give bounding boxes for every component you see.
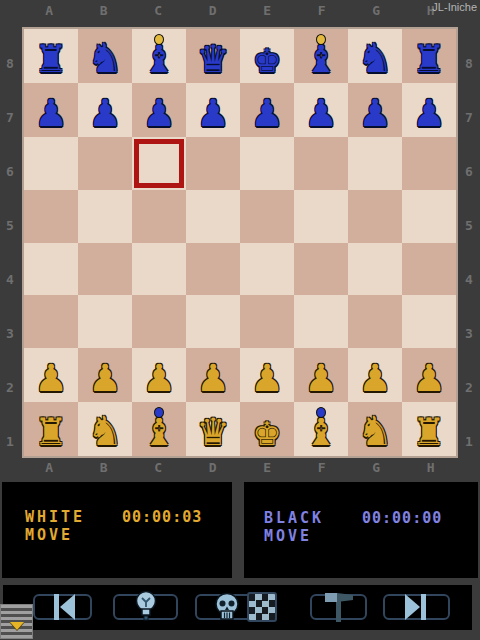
file-label-f: F: [295, 3, 350, 21]
file-label-f: F: [295, 460, 350, 478]
square-d1[interactable]: ♛: [186, 402, 240, 456]
file-label-b: B: [77, 460, 132, 478]
rank-label-1: 1: [459, 404, 479, 458]
skull-icon: [212, 592, 242, 622]
file-label-h: H: [404, 460, 459, 478]
piece-white-pawn: ♟: [37, 348, 65, 402]
square-e4[interactable]: [240, 243, 294, 296]
skip-to-end-button[interactable]: [383, 594, 450, 620]
square-g7[interactable]: ♟: [348, 83, 402, 137]
rank-label-8: 8: [0, 27, 20, 81]
square-d7[interactable]: ♟: [186, 83, 240, 137]
hint-button[interactable]: [113, 594, 178, 620]
square-d6[interactable]: [186, 137, 240, 190]
piece-white-pawn: ♟: [307, 348, 335, 402]
file-label-e: E: [240, 3, 295, 21]
square-b7[interactable]: ♟: [78, 83, 132, 137]
skip-to-start-button[interactable]: [33, 594, 92, 620]
rank-label-4: 4: [459, 243, 479, 297]
square-d3[interactable]: [186, 295, 240, 348]
file-labels-top: ABCDEFGH: [22, 3, 458, 21]
square-b1[interactable]: ♞: [78, 402, 132, 456]
file-label-d: D: [186, 460, 241, 478]
file-label-e: E: [240, 460, 295, 478]
square-b8[interactable]: ♞: [78, 29, 132, 83]
square-c4[interactable]: [132, 243, 186, 296]
piece-black-pawn: ♟: [145, 83, 173, 137]
square-e6[interactable]: [240, 137, 294, 190]
piece-black-pawn: ♟: [199, 83, 227, 137]
square-f8[interactable]: ♝: [294, 29, 348, 83]
piece-white-pawn: ♟: [91, 348, 119, 402]
skip-to-start-icon: [48, 593, 78, 621]
square-h3[interactable]: [402, 295, 456, 348]
square-h4[interactable]: [402, 243, 456, 296]
file-label-c: C: [131, 460, 186, 478]
square-f4[interactable]: [294, 243, 348, 296]
bishop-tip-icon: [316, 407, 326, 418]
square-b2[interactable]: ♟: [78, 348, 132, 402]
square-f7[interactable]: ♟: [294, 83, 348, 137]
square-e3[interactable]: [240, 295, 294, 348]
square-g5[interactable]: [348, 190, 402, 243]
black-label: BLACK: [264, 509, 324, 527]
piece-black-bishop: ♝: [307, 29, 335, 83]
square-a3[interactable]: [24, 295, 78, 348]
rank-label-4: 4: [0, 243, 20, 297]
piece-white-pawn: ♟: [199, 348, 227, 402]
square-b3[interactable]: [78, 295, 132, 348]
square-f2[interactable]: ♟: [294, 348, 348, 402]
square-c5[interactable]: [132, 190, 186, 243]
piece-black-knight: ♞: [361, 29, 389, 83]
piece-white-queen: ♛: [199, 402, 227, 456]
square-b5[interactable]: [78, 190, 132, 243]
square-f5[interactable]: [294, 190, 348, 243]
square-e7[interactable]: ♟: [240, 83, 294, 137]
square-g2[interactable]: ♟: [348, 348, 402, 402]
square-e2[interactable]: ♟: [240, 348, 294, 402]
square-f6[interactable]: [294, 137, 348, 190]
square-g1[interactable]: ♞: [348, 402, 402, 456]
piece-white-bishop: ♝: [145, 402, 173, 456]
white-label: WHITE: [25, 508, 85, 526]
piece-black-queen: ♛: [199, 29, 227, 83]
rank-label-3: 3: [0, 296, 20, 350]
toolbar: [3, 585, 472, 630]
square-a8[interactable]: ♜: [24, 29, 78, 83]
rank-labels-right: 87654321: [459, 27, 479, 458]
square-h5[interactable]: [402, 190, 456, 243]
piece-white-pawn: ♟: [361, 348, 389, 402]
square-h6[interactable]: [402, 137, 456, 190]
square-g6[interactable]: [348, 137, 402, 190]
square-e1[interactable]: ♚: [240, 402, 294, 456]
square-f1[interactable]: ♝: [294, 402, 348, 456]
piece-white-bishop: ♝: [307, 402, 335, 456]
file-labels-bottom: ABCDEFGH: [22, 460, 458, 478]
chess-board: ♜♞♝♛♚♝♞♜♟♟♟♟♟♟♟♟♟♟♟♟♟♟♟♟♜♞♝♛♚♝♞♜: [22, 27, 458, 458]
square-h1[interactable]: ♜: [402, 402, 456, 456]
file-label-c: C: [131, 3, 186, 21]
skip-to-end-icon: [402, 593, 432, 621]
piece-black-pawn: ♟: [415, 83, 443, 137]
square-h8[interactable]: ♜: [402, 29, 456, 83]
black-clock-panel: BLACK MOVE 00:00:00: [244, 482, 478, 578]
square-g8[interactable]: ♞: [348, 29, 402, 83]
piece-black-rook: ♜: [37, 29, 65, 83]
white-clock-time: 00:00:03: [122, 508, 202, 526]
square-c1[interactable]: ♝: [132, 402, 186, 456]
rank-label-1: 1: [0, 404, 20, 458]
hammer-tool-button[interactable]: [310, 594, 367, 620]
bishop-tip-icon: [316, 34, 326, 45]
rank-labels-left: 87654321: [0, 27, 20, 458]
rank-label-6: 6: [0, 135, 20, 189]
piece-white-rook: ♜: [37, 402, 65, 456]
square-b4[interactable]: [78, 243, 132, 296]
square-c3[interactable]: [132, 295, 186, 348]
piece-black-pawn: ♟: [253, 83, 281, 137]
rank-label-2: 2: [0, 350, 20, 404]
piece-white-pawn: ♟: [253, 348, 281, 402]
rank-label-6: 6: [459, 135, 479, 189]
white-move-label: MOVE: [25, 526, 73, 544]
square-a7[interactable]: ♟: [24, 83, 78, 137]
piece-black-pawn: ♟: [361, 83, 389, 137]
square-a4[interactable]: [24, 243, 78, 296]
app-window: JL-Iniche ABCDEFGH 87654321 ♜♞♝♛♚♝♞♜♟♟♟♟…: [0, 0, 480, 640]
rank-label-2: 2: [459, 350, 479, 404]
rank-label-8: 8: [459, 27, 479, 81]
piece-black-pawn: ♟: [37, 83, 65, 137]
piece-black-pawn: ♟: [91, 83, 119, 137]
piece-black-knight: ♞: [91, 29, 119, 83]
bishop-tip-icon: [154, 34, 164, 45]
file-label-a: A: [22, 460, 77, 478]
square-a5[interactable]: [24, 190, 78, 243]
rank-label-5: 5: [0, 189, 20, 243]
piece-white-pawn: ♟: [415, 348, 443, 402]
rank-label-7: 7: [0, 81, 20, 135]
square-h7[interactable]: ♟: [402, 83, 456, 137]
light-bulb-icon: [134, 590, 158, 624]
square-e5[interactable]: [240, 190, 294, 243]
square-c7[interactable]: ♟: [132, 83, 186, 137]
rank-label-5: 5: [459, 189, 479, 243]
square-c6[interactable]: [132, 137, 186, 190]
piece-white-knight: ♞: [361, 402, 389, 456]
square-c8[interactable]: ♝: [132, 29, 186, 83]
square-b6[interactable]: [78, 137, 132, 190]
square-e8[interactable]: ♚: [240, 29, 294, 83]
piece-white-king: ♚: [253, 402, 281, 456]
black-clock-time: 00:00:00: [362, 509, 442, 527]
square-c2[interactable]: ♟: [132, 348, 186, 402]
bishop-tip-icon: [154, 407, 164, 418]
file-label-g: G: [349, 3, 404, 21]
square-g4[interactable]: [348, 243, 402, 296]
square-a6[interactable]: [24, 137, 78, 190]
square-d5[interactable]: [186, 190, 240, 243]
piece-black-king: ♚: [253, 29, 281, 83]
piece-white-pawn: ♟: [145, 348, 173, 402]
white-clock-panel: WHITE MOVE 00:00:03: [2, 482, 232, 578]
square-a2[interactable]: ♟: [24, 348, 78, 402]
square-a1[interactable]: ♜: [24, 402, 78, 456]
menu-pull-tab[interactable]: [0, 604, 33, 639]
file-label-b: B: [77, 3, 132, 21]
hammer-icon: [319, 590, 359, 624]
pull-down-arrow-icon: [10, 622, 24, 630]
file-label-g: G: [349, 460, 404, 478]
square-g3[interactable]: [348, 295, 402, 348]
piece-black-pawn: ♟: [307, 83, 335, 137]
square-d4[interactable]: [186, 243, 240, 296]
square-h2[interactable]: ♟: [402, 348, 456, 402]
rank-label-7: 7: [459, 81, 479, 135]
piece-white-rook: ♜: [415, 402, 443, 456]
black-move-label: MOVE: [264, 527, 312, 545]
file-label-d: D: [186, 3, 241, 21]
piece-black-bishop: ♝: [145, 29, 173, 83]
square-d2[interactable]: ♟: [186, 348, 240, 402]
piece-black-rook: ♜: [415, 29, 443, 83]
board-display-button[interactable]: [247, 592, 277, 622]
rank-label-3: 3: [459, 296, 479, 350]
piece-white-knight: ♞: [91, 402, 119, 456]
square-f3[interactable]: [294, 295, 348, 348]
window-title: JL-Iniche: [432, 1, 477, 13]
square-d8[interactable]: ♛: [186, 29, 240, 83]
file-label-a: A: [22, 3, 77, 21]
